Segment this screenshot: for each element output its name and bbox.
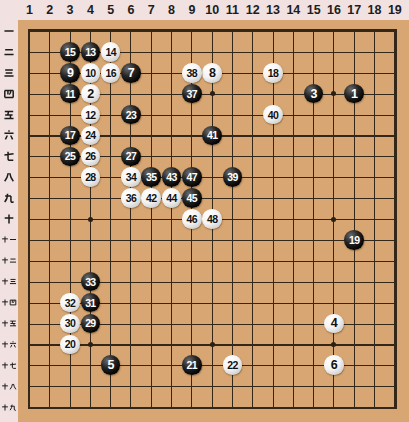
stone-11-black: 11	[60, 84, 80, 104]
stone-39-black: 39	[223, 167, 243, 187]
star-point	[324, 209, 344, 230]
row-label-9	[0, 188, 18, 209]
stone-14-white: 14	[101, 42, 121, 62]
stone-35-black: 35	[141, 167, 161, 187]
stone-13-black: 13	[81, 42, 101, 62]
row-label-11	[0, 229, 18, 250]
stone-2-white: 2	[81, 84, 101, 104]
go-diagram: 12345678910111213141516171819 1234567891…	[0, 0, 409, 422]
column-label-12: 12	[243, 0, 263, 20]
column-label-3: 3	[60, 0, 80, 20]
row-label-18	[0, 376, 18, 397]
stone-21-black: 21	[182, 355, 202, 375]
star-point-dot	[331, 217, 336, 222]
row-label-6	[0, 125, 18, 146]
row-label-3	[0, 62, 18, 83]
star-point-dot	[88, 342, 93, 347]
stone-42-white: 42	[141, 188, 161, 208]
stone-24-white: 24	[81, 126, 101, 146]
star-point	[324, 83, 344, 104]
column-label-7: 7	[141, 0, 161, 20]
star-point-dot	[88, 217, 93, 222]
star-point-dot	[331, 91, 336, 96]
row-label-17	[0, 355, 18, 376]
row-label-16	[0, 334, 18, 355]
stone-20-white: 20	[60, 335, 80, 355]
stone-40-white: 40	[263, 105, 283, 125]
row-labels	[0, 21, 18, 418]
stone-22-white: 22	[223, 355, 243, 375]
column-label-5: 5	[101, 0, 121, 20]
stone-15-black: 15	[60, 42, 80, 62]
stone-34-white: 34	[121, 167, 141, 187]
stone-8-white: 8	[202, 63, 222, 83]
column-label-2: 2	[40, 0, 60, 20]
star-point	[80, 209, 100, 230]
column-label-10: 10	[202, 0, 222, 20]
stone-41-black: 41	[202, 126, 222, 146]
stone-layer: 1234567891011121314151617181920212223242…	[19, 21, 405, 418]
stone-43-black: 43	[162, 167, 182, 187]
star-point	[202, 334, 222, 355]
column-label-9: 9	[182, 0, 202, 20]
stone-25-black: 25	[60, 147, 80, 167]
row-label-8	[0, 167, 18, 188]
star-point	[202, 83, 222, 104]
stone-16-white: 16	[101, 63, 121, 83]
stone-36-white: 36	[121, 188, 141, 208]
stone-10-white: 10	[81, 63, 101, 83]
stone-44-white: 44	[162, 188, 182, 208]
go-board: 1234567891011121314151617181920212223242…	[18, 20, 409, 422]
stone-6-white: 6	[324, 355, 344, 375]
column-label-13: 13	[263, 0, 283, 20]
row-label-15	[0, 313, 18, 334]
stone-26-white: 26	[81, 147, 101, 167]
stone-9-black: 9	[60, 63, 80, 83]
star-point	[80, 334, 100, 355]
column-label-19: 19	[385, 0, 405, 20]
stone-3-black: 3	[304, 84, 324, 104]
stone-5-black: 5	[101, 355, 121, 375]
stone-28-white: 28	[81, 167, 101, 187]
stone-30-white: 30	[60, 314, 80, 334]
column-label-14: 14	[283, 0, 303, 20]
stone-17-black: 17	[60, 126, 80, 146]
stone-47-black: 47	[182, 167, 202, 187]
column-label-8: 8	[161, 0, 181, 20]
stone-12-white: 12	[81, 105, 101, 125]
stone-29-black: 29	[81, 314, 101, 334]
row-label-5	[0, 104, 18, 125]
stone-37-black: 37	[182, 84, 202, 104]
stone-7-black: 7	[121, 63, 141, 83]
star-point-dot	[210, 91, 215, 96]
star-point-dot	[331, 342, 336, 347]
column-label-4: 4	[80, 0, 100, 20]
stone-19-black: 19	[344, 230, 364, 250]
row-label-2	[0, 41, 18, 62]
column-label-6: 6	[121, 0, 141, 20]
stone-18-white: 18	[263, 63, 283, 83]
row-label-7	[0, 146, 18, 167]
row-label-14	[0, 292, 18, 313]
row-label-12	[0, 250, 18, 271]
stone-23-black: 23	[121, 105, 141, 125]
stone-45-black: 45	[182, 188, 202, 208]
column-label-16: 16	[324, 0, 344, 20]
row-label-1	[0, 21, 18, 42]
stone-1-black: 1	[344, 84, 364, 104]
stone-4-white: 4	[324, 314, 344, 334]
row-label-4	[0, 83, 18, 104]
stone-32-white: 32	[60, 293, 80, 313]
stone-38-white: 38	[182, 63, 202, 83]
stone-33-black: 33	[81, 272, 101, 292]
row-label-10	[0, 209, 18, 230]
row-label-13	[0, 271, 18, 292]
stone-27-black: 27	[121, 147, 141, 167]
stone-48-white: 48	[202, 209, 222, 229]
row-label-19	[0, 397, 18, 418]
column-label-17: 17	[344, 0, 364, 20]
column-labels: 12345678910111213141516171819	[19, 0, 405, 20]
stone-46-white: 46	[182, 209, 202, 229]
column-label-11: 11	[222, 0, 242, 20]
column-label-1: 1	[19, 0, 39, 20]
star-point-dot	[210, 342, 215, 347]
column-label-18: 18	[364, 0, 384, 20]
column-label-15: 15	[304, 0, 324, 20]
star-point	[324, 334, 344, 355]
stone-31-black: 31	[81, 293, 101, 313]
